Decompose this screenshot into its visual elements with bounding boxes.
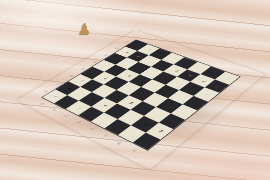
piece-wP-b2: ♟ [131, 46, 143, 59]
piece-bK-g8: ♚ [118, 109, 144, 137]
board-grid: ♜♞♛♝♚♞♜♟♟♟♟♟♟♝♟♟♞♛♝♟♞♟♟♟♟♟♜♝♚ [43, 40, 240, 150]
piece-wP-c4: ♟ [121, 64, 134, 78]
piece-bQ-b6: ♛ [81, 66, 102, 88]
square-h3: ♝ [194, 87, 220, 101]
piece-bR-a8: ♜ [47, 83, 62, 99]
piece-bB-c8: ♝ [68, 90, 87, 110]
piece-bP-d7: ♟ [97, 93, 110, 108]
piece-wP-e2: ♟ [168, 59, 181, 73]
piece-bP-a7: ♟ [61, 77, 74, 91]
file-label-d: d [70, 117, 89, 128]
piece-wP-f2: ♟ [182, 64, 195, 78]
piece-bP-h7: ♟ [152, 118, 167, 134]
chess-photo-scene: ♜♞♛♝♚♞♜♟♟♟♟♟♟♝♟♟♞♛♝♟♞♟♟♟♟♟♜♝♚ abcdefgh 1… [0, 0, 270, 180]
piece-wP-a2: ♟ [120, 42, 132, 55]
piece-bP-c7: ♟ [84, 87, 97, 101]
piece-wB-h3: ♝ [196, 77, 215, 97]
board-wrap: ♜♞♛♝♚♞♜♟♟♟♟♟♟♝♟♟♞♛♝♟♞♟♟♟♟♟♜♝♚ abcdefgh 1… [44, 0, 237, 180]
captured-pieces-offboard: ♟ [78, 21, 91, 37]
captured-wP: ♟ [78, 20, 91, 38]
